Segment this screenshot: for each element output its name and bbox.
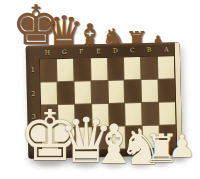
file-label: H bbox=[39, 49, 56, 55]
rank-label: 1 bbox=[30, 59, 35, 82]
dark-square bbox=[125, 80, 141, 102]
dark-square bbox=[74, 58, 90, 80]
dark-square bbox=[141, 57, 157, 79]
light-square bbox=[57, 59, 73, 81]
file-label: A bbox=[158, 46, 175, 52]
file-label: D bbox=[107, 47, 124, 53]
light-pawn-piece: ♟ bbox=[168, 131, 196, 162]
dark-square bbox=[91, 81, 107, 103]
chess-set-photo: ♚ ♛ ♝ ♞ ♜ ♟ H G F E D C B A 1 2 3 4 ♚ ♛ … bbox=[0, 0, 200, 179]
light-square bbox=[142, 80, 158, 102]
file-label: E bbox=[90, 47, 107, 53]
dark-square bbox=[107, 58, 123, 80]
file-label: B bbox=[141, 46, 158, 52]
file-label: C bbox=[124, 47, 141, 53]
light-square bbox=[124, 57, 140, 79]
light-square bbox=[158, 56, 174, 78]
light-square bbox=[108, 81, 124, 103]
dark-square bbox=[159, 79, 175, 101]
light-square bbox=[91, 58, 107, 80]
file-label: G bbox=[56, 48, 73, 54]
dark-square bbox=[40, 59, 56, 81]
file-label: F bbox=[73, 48, 90, 54]
